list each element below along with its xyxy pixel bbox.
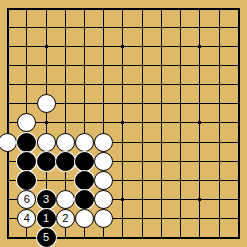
intersection-11-9[interactable] (190, 152, 209, 171)
intersection-6-2[interactable] (94, 18, 113, 37)
grid-line-vertical (26, 75, 27, 94)
grid-line-vertical (219, 9, 220, 19)
intersection-11-13[interactable] (190, 228, 209, 247)
intersection-11-2[interactable] (190, 18, 209, 37)
black-stone (56, 152, 75, 171)
intersection-12-8[interactable] (210, 133, 229, 152)
grid-line-vertical (219, 75, 220, 94)
grid-line-vertical (238, 190, 239, 209)
intersection-1-7[interactable] (0, 113, 17, 132)
intersection-1-1[interactable] (0, 0, 17, 18)
black-stone (17, 152, 36, 171)
intersection-13-5[interactable] (229, 75, 247, 94)
intersection-11-10[interactable] (190, 171, 209, 190)
intersection-2-12[interactable]: 4 (17, 209, 36, 228)
grid-line-vertical (180, 113, 181, 132)
intersection-10-1[interactable] (171, 0, 190, 18)
grid-line-vertical (161, 9, 162, 19)
intersection-7-13[interactable] (113, 228, 132, 247)
grid-line-vertical (65, 171, 66, 190)
grid-line-horizontal (8, 199, 18, 200)
intersection-13-8[interactable] (229, 133, 247, 152)
white-stone-move-6: 6 (17, 190, 36, 209)
intersection-9-13[interactable] (152, 228, 171, 247)
grid-line-vertical (46, 171, 47, 190)
intersection-10-8[interactable] (171, 133, 190, 152)
intersection-3-13[interactable]: 5 (36, 228, 55, 247)
intersection-10-13[interactable] (171, 228, 190, 247)
grid-line-vertical (103, 113, 104, 132)
grid-line-horizontal (8, 218, 18, 219)
intersection-5-9[interactable] (75, 152, 94, 171)
grid-line-vertical (199, 152, 200, 171)
black-stone (75, 171, 94, 190)
intersection-6-8[interactable] (94, 133, 113, 152)
intersection-9-11[interactable] (152, 190, 171, 209)
intersection-5-6[interactable] (75, 94, 94, 113)
intersection-9-8[interactable] (152, 133, 171, 152)
intersection-10-6[interactable] (171, 94, 190, 113)
grid-line-vertical (199, 228, 200, 238)
white-stone (94, 133, 113, 152)
grid-line-vertical (46, 56, 47, 75)
grid-line-vertical (219, 133, 220, 152)
star-point (121, 45, 124, 48)
grid-line-vertical (142, 113, 143, 132)
intersection-3-3[interactable] (36, 37, 55, 56)
intersection-6-6[interactable] (94, 94, 113, 113)
intersection-13-11[interactable] (229, 190, 247, 209)
grid-line-vertical (219, 18, 220, 37)
grid-line-vertical (180, 18, 181, 37)
intersection-12-7[interactable] (210, 113, 229, 132)
grid-line-vertical (7, 94, 8, 113)
intersection-6-5[interactable] (94, 75, 113, 94)
intersection-3-7[interactable] (36, 113, 55, 132)
grid-line-vertical (122, 94, 123, 113)
grid-line-vertical (219, 209, 220, 228)
intersection-4-13[interactable] (56, 228, 75, 247)
grid-line-vertical (180, 37, 181, 56)
grid-line-vertical (180, 75, 181, 94)
intersection-7-11[interactable] (113, 190, 132, 209)
intersection-6-3[interactable] (94, 37, 113, 56)
star-point (198, 121, 201, 124)
grid-line-vertical (180, 56, 181, 75)
grid-line-vertical (103, 56, 104, 75)
intersection-8-6[interactable] (133, 94, 152, 113)
grid-line-vertical (7, 9, 8, 19)
grid-line-vertical (7, 75, 8, 94)
white-stone (0, 133, 17, 152)
grid-line-vertical (7, 152, 8, 171)
grid-line-vertical (238, 133, 239, 152)
grid-line-vertical (142, 18, 143, 37)
intersection-5-4[interactable] (75, 56, 94, 75)
grid-line-vertical (219, 152, 220, 171)
grid-line-vertical (26, 37, 27, 56)
intersection-1-2[interactable] (0, 18, 17, 37)
intersection-4-2[interactable] (56, 18, 75, 37)
grid-line-vertical (199, 133, 200, 152)
intersection-7-10[interactable] (113, 171, 132, 190)
intersection-3-4[interactable] (36, 56, 55, 75)
grid-line-vertical (26, 94, 27, 113)
intersection-7-4[interactable] (113, 56, 132, 75)
intersection-9-4[interactable] (152, 56, 171, 75)
intersection-6-13[interactable] (94, 228, 113, 247)
intersection-12-11[interactable] (210, 190, 229, 209)
grid-line-vertical (142, 190, 143, 209)
intersection-8-3[interactable] (133, 37, 152, 56)
grid-line-vertical (84, 75, 85, 94)
intersection-4-11[interactable] (56, 190, 75, 209)
intersection-8-7[interactable] (133, 113, 152, 132)
intersection-3-1[interactable] (36, 0, 55, 18)
grid-line-vertical (65, 18, 66, 37)
intersection-1-8[interactable] (0, 133, 17, 152)
grid-line-vertical (122, 18, 123, 37)
intersection-10-5[interactable] (171, 75, 190, 94)
intersection-12-4[interactable] (210, 56, 229, 75)
intersection-10-12[interactable] (171, 209, 190, 228)
intersection-4-12[interactable]: 2 (56, 209, 75, 228)
grid-line-vertical (84, 94, 85, 113)
intersection-10-3[interactable] (171, 37, 190, 56)
grid-line-vertical (199, 18, 200, 37)
grid-line-vertical (26, 9, 27, 19)
intersection-2-10[interactable] (17, 171, 36, 190)
grid-line-vertical (103, 37, 104, 56)
intersection-9-9[interactable] (152, 152, 171, 171)
intersection-9-7[interactable] (152, 113, 171, 132)
grid-line-vertical (122, 171, 123, 190)
intersection-7-8[interactable] (113, 133, 132, 152)
intersection-6-9[interactable] (94, 152, 113, 171)
intersection-13-9[interactable] (229, 152, 247, 171)
intersection-9-3[interactable] (152, 37, 171, 56)
grid-line-vertical (122, 133, 123, 152)
intersection-2-2[interactable] (17, 18, 36, 37)
intersection-5-3[interactable] (75, 37, 94, 56)
intersection-8-11[interactable] (133, 190, 152, 209)
intersection-11-6[interactable] (190, 94, 209, 113)
grid-line-vertical (180, 228, 181, 238)
intersection-11-1[interactable] (190, 0, 209, 18)
intersection-13-13[interactable] (229, 228, 247, 247)
grid-line-vertical (161, 133, 162, 152)
star-point (45, 121, 48, 124)
grid-line-vertical (161, 171, 162, 190)
intersection-13-6[interactable] (229, 94, 247, 113)
grid-line-horizontal (8, 122, 18, 123)
intersection-3-2[interactable] (36, 18, 55, 37)
grid-line-vertical (238, 94, 239, 113)
grid-line-vertical (238, 209, 239, 228)
grid-line-vertical (199, 171, 200, 190)
intersection-1-5[interactable] (0, 75, 17, 94)
intersection-12-2[interactable] (210, 18, 229, 37)
intersection-4-5[interactable] (56, 75, 75, 94)
intersection-9-2[interactable] (152, 18, 171, 37)
intersection-13-3[interactable] (229, 37, 247, 56)
intersection-7-1[interactable] (113, 0, 132, 18)
intersection-4-10[interactable] (56, 171, 75, 190)
intersection-1-13[interactable] (0, 228, 17, 247)
grid-line-horizontal (8, 65, 18, 66)
grid-line-vertical (84, 113, 85, 132)
grid-line-vertical (7, 18, 8, 37)
grid-line-vertical (142, 152, 143, 171)
intersection-4-3[interactable] (56, 37, 75, 56)
intersection-2-4[interactable] (17, 56, 36, 75)
intersection-3-9[interactable] (36, 152, 55, 171)
grid-line-vertical (161, 228, 162, 238)
intersection-11-3[interactable] (190, 37, 209, 56)
intersection-3-10[interactable] (36, 171, 55, 190)
intersection-8-2[interactable] (133, 18, 152, 37)
white-stone (75, 209, 94, 228)
intersection-1-3[interactable] (0, 37, 17, 56)
intersection-7-3[interactable] (113, 37, 132, 56)
go-board: 634125 (0, 0, 247, 247)
white-stone (56, 190, 75, 209)
intersection-4-8[interactable] (56, 133, 75, 152)
grid-line-vertical (161, 113, 162, 132)
intersection-10-10[interactable] (171, 171, 190, 190)
star-point (198, 45, 201, 48)
intersection-12-6[interactable] (210, 94, 229, 113)
intersection-2-3[interactable] (17, 37, 36, 56)
intersection-4-6[interactable] (56, 94, 75, 113)
grid-line-vertical (180, 209, 181, 228)
grid-line-vertical (103, 228, 104, 238)
grid-line-vertical (142, 133, 143, 152)
intersection-6-12[interactable] (94, 209, 113, 228)
grid-line-vertical (142, 56, 143, 75)
black-stone (75, 152, 94, 171)
grid-line-vertical (7, 209, 8, 228)
intersection-7-7[interactable] (113, 113, 132, 132)
intersection-2-9[interactable] (17, 152, 36, 171)
intersection-11-12[interactable] (190, 209, 209, 228)
intersection-11-8[interactable] (190, 133, 209, 152)
intersection-6-10[interactable] (94, 171, 113, 190)
intersection-4-7[interactable] (56, 113, 75, 132)
white-stone (75, 133, 94, 152)
intersection-3-5[interactable] (36, 75, 55, 94)
intersection-9-10[interactable] (152, 171, 171, 190)
grid-line-vertical (238, 152, 239, 171)
grid-line-vertical (65, 113, 66, 132)
intersection-3-11[interactable]: 3 (36, 190, 55, 209)
black-stone-move-3: 3 (37, 190, 56, 209)
intersection-12-13[interactable] (210, 228, 229, 247)
intersection-6-11[interactable] (94, 190, 113, 209)
intersection-8-1[interactable] (133, 0, 152, 18)
grid-line-vertical (142, 75, 143, 94)
grid-line-vertical (161, 18, 162, 37)
grid-line-horizontal (8, 103, 18, 104)
go-diagram: 634125 (0, 0, 247, 247)
intersection-3-8[interactable] (36, 133, 55, 152)
intersection-8-8[interactable] (133, 133, 152, 152)
intersection-8-5[interactable] (133, 75, 152, 94)
grid-line-vertical (65, 228, 66, 238)
grid-line-vertical (7, 171, 8, 190)
intersection-7-2[interactable] (113, 18, 132, 37)
intersection-5-13[interactable] (75, 228, 94, 247)
intersection-5-10[interactable] (75, 171, 94, 190)
intersection-8-4[interactable] (133, 56, 152, 75)
grid-line-vertical (238, 9, 239, 19)
intersection-1-10[interactable] (0, 171, 17, 190)
grid-line-vertical (180, 133, 181, 152)
intersection-6-7[interactable] (94, 113, 113, 132)
intersection-5-11[interactable] (75, 190, 94, 209)
intersection-2-6[interactable] (17, 94, 36, 113)
grid-line-vertical (84, 9, 85, 19)
star-point (121, 198, 124, 201)
intersection-2-11[interactable]: 6 (17, 190, 36, 209)
intersection-7-5[interactable] (113, 75, 132, 94)
intersection-13-4[interactable] (229, 56, 247, 75)
white-stone (37, 133, 56, 152)
intersection-2-7[interactable] (17, 113, 36, 132)
grid-line-vertical (199, 209, 200, 228)
intersection-2-1[interactable] (17, 0, 36, 18)
intersection-10-11[interactable] (171, 190, 190, 209)
black-stone (17, 133, 36, 152)
intersection-5-1[interactable] (75, 0, 94, 18)
intersection-11-11[interactable] (190, 190, 209, 209)
intersection-9-6[interactable] (152, 94, 171, 113)
grid-line-vertical (122, 152, 123, 171)
grid-line-vertical (142, 9, 143, 19)
grid-line-vertical (65, 75, 66, 94)
intersection-2-13[interactable] (17, 228, 36, 247)
intersection-10-2[interactable] (171, 18, 190, 37)
grid-line-vertical (161, 56, 162, 75)
intersection-13-10[interactable] (229, 171, 247, 190)
intersection-11-5[interactable] (190, 75, 209, 94)
intersection-12-5[interactable] (210, 75, 229, 94)
intersection-2-5[interactable] (17, 75, 36, 94)
intersection-10-7[interactable] (171, 113, 190, 132)
star-point (198, 198, 201, 201)
grid-line-vertical (161, 209, 162, 228)
intersection-5-5[interactable] (75, 75, 94, 94)
intersection-1-4[interactable] (0, 56, 17, 75)
intersection-12-3[interactable] (210, 37, 229, 56)
intersection-11-7[interactable] (190, 113, 209, 132)
intersection-7-9[interactable] (113, 152, 132, 171)
intersection-5-12[interactable] (75, 209, 94, 228)
intersection-12-1[interactable] (210, 0, 229, 18)
intersection-4-1[interactable] (56, 0, 75, 18)
intersection-1-11[interactable] (0, 190, 17, 209)
intersection-5-2[interactable] (75, 18, 94, 37)
grid-line-vertical (238, 18, 239, 37)
grid-line-vertical (142, 209, 143, 228)
grid-line-vertical (84, 56, 85, 75)
grid-line-vertical (142, 37, 143, 56)
black-stone-move-5: 5 (37, 228, 56, 247)
intersection-10-9[interactable] (171, 152, 190, 171)
intersection-5-8[interactable] (75, 133, 94, 152)
grid-line-vertical (219, 171, 220, 190)
intersection-8-9[interactable] (133, 152, 152, 171)
intersection-7-12[interactable] (113, 209, 132, 228)
intersection-1-9[interactable] (0, 152, 17, 171)
intersection-4-4[interactable] (56, 56, 75, 75)
intersection-9-12[interactable] (152, 209, 171, 228)
white-stone-move-2: 2 (56, 209, 75, 228)
intersection-12-12[interactable] (210, 209, 229, 228)
grid-line-horizontal (8, 27, 18, 28)
star-point (121, 121, 124, 124)
grid-line-vertical (238, 75, 239, 94)
grid-line-vertical (238, 228, 239, 238)
white-stone (37, 94, 56, 113)
intersection-13-1[interactable] (229, 0, 247, 18)
intersection-10-4[interactable] (171, 56, 190, 75)
intersection-13-7[interactable] (229, 113, 247, 132)
intersection-8-10[interactable] (133, 171, 152, 190)
grid-line-horizontal (8, 46, 18, 47)
grid-line-horizontal (8, 84, 18, 85)
intersection-1-6[interactable] (0, 94, 17, 113)
white-stone (94, 171, 113, 190)
intersection-13-2[interactable] (229, 18, 247, 37)
intersection-12-10[interactable] (210, 171, 229, 190)
grid-line-vertical (219, 113, 220, 132)
intersection-9-5[interactable] (152, 75, 171, 94)
grid-line-vertical (7, 228, 8, 238)
intersection-4-9[interactable] (56, 152, 75, 171)
grid-line-vertical (26, 56, 27, 75)
grid-line-vertical (161, 37, 162, 56)
grid-line-vertical (103, 9, 104, 19)
grid-line-vertical (84, 228, 85, 238)
intersection-3-6[interactable] (36, 94, 55, 113)
intersection-11-4[interactable] (190, 56, 209, 75)
intersection-3-12[interactable]: 1 (36, 209, 55, 228)
white-stone (17, 113, 36, 132)
grid-line-vertical (84, 18, 85, 37)
grid-line-vertical (180, 94, 181, 113)
white-stone (94, 209, 113, 228)
black-stone-move-1: 1 (37, 209, 56, 228)
intersection-6-4[interactable] (94, 56, 113, 75)
intersection-7-6[interactable] (113, 94, 132, 113)
grid-line-vertical (180, 190, 181, 209)
grid-line-vertical (161, 75, 162, 94)
intersection-13-12[interactable] (229, 209, 247, 228)
grid-line-vertical (7, 56, 8, 75)
intersection-6-1[interactable] (94, 0, 113, 18)
intersection-2-8[interactable] (17, 133, 36, 152)
intersection-9-1[interactable] (152, 0, 171, 18)
intersection-8-12[interactable] (133, 209, 152, 228)
grid-line-vertical (238, 113, 239, 132)
intersection-1-12[interactable] (0, 209, 17, 228)
intersection-5-7[interactable] (75, 113, 94, 132)
grid-line-vertical (219, 37, 220, 56)
intersection-12-9[interactable] (210, 152, 229, 171)
grid-line-vertical (65, 9, 66, 19)
intersection-8-13[interactable] (133, 228, 152, 247)
